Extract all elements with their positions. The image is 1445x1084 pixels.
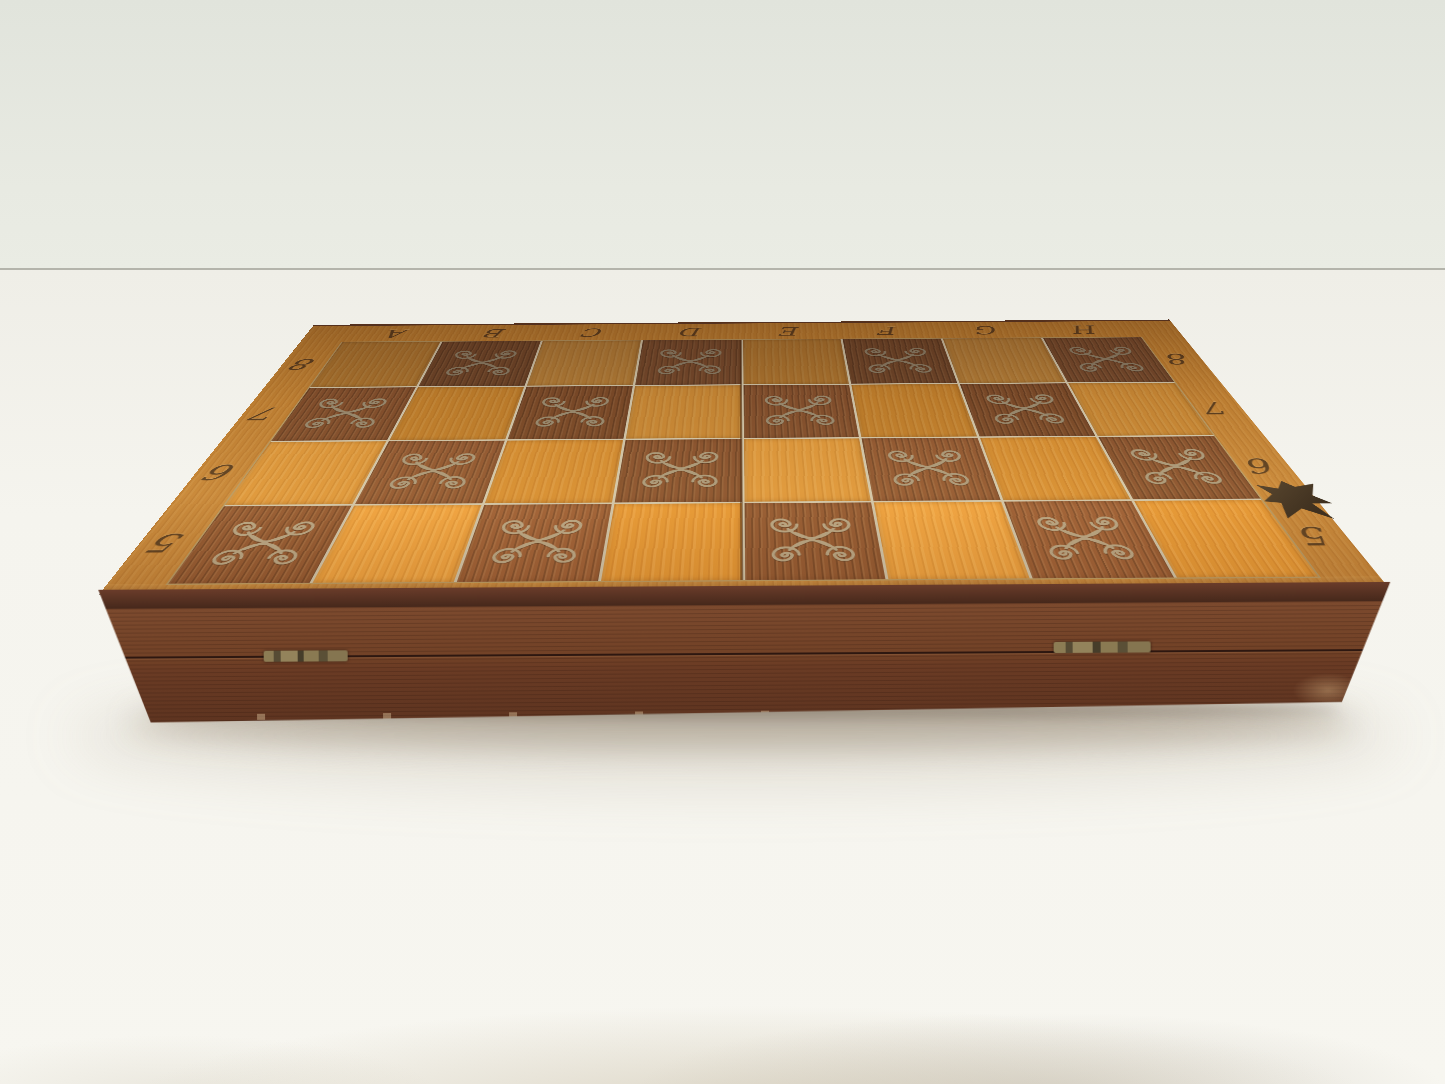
hinge-right xyxy=(1054,641,1151,653)
file-label-a-text: A xyxy=(384,327,412,340)
right-rank-7-text: 7 xyxy=(1198,398,1236,418)
carved-spiral-ornament xyxy=(850,341,948,380)
carved-spiral-ornament xyxy=(366,444,495,499)
square-f7 xyxy=(852,384,978,437)
squares-grid xyxy=(168,337,1318,583)
square-d6 xyxy=(614,439,741,503)
photo-of-chess-box: A B C D E F G H 8 7 6 5 8 7 6 5 xyxy=(0,0,1445,1084)
left-rank-6-text: 6 xyxy=(201,460,244,484)
file-label-e-text: E xyxy=(780,325,801,338)
square-e6 xyxy=(744,438,872,502)
square-d7 xyxy=(626,385,742,438)
carved-spiral-ornament xyxy=(871,442,991,497)
corner-wear-marks xyxy=(1293,673,1363,707)
square-e5 xyxy=(744,503,886,581)
left-edge-notch xyxy=(97,626,105,639)
square-e7 xyxy=(743,385,859,438)
carved-spiral-ornament xyxy=(969,387,1085,433)
file-label-g: G xyxy=(935,322,1041,339)
square-c8 xyxy=(527,340,641,385)
square-f8 xyxy=(843,339,957,384)
carved-spiral-ornament xyxy=(517,389,624,435)
square-d5 xyxy=(601,503,742,581)
carved-spiral-ornament xyxy=(468,509,601,576)
carved-spiral-ornament xyxy=(1052,340,1164,379)
left-rank-7-text: 7 xyxy=(248,403,286,423)
square-e8 xyxy=(743,339,849,384)
hinge-left xyxy=(264,650,348,662)
file-label-h-text: H xyxy=(1070,323,1102,336)
file-label-d-text: D xyxy=(681,325,704,338)
file-label-f: F xyxy=(839,322,942,339)
folding-chess-box: A B C D E F G H 8 7 6 5 8 7 6 5 xyxy=(0,0,1445,1084)
left-rank-8-text: 8 xyxy=(287,356,321,373)
carved-spiral-ornament xyxy=(624,443,733,498)
right-rank-6-text: 6 xyxy=(1241,454,1284,478)
carved-spiral-ornament xyxy=(753,507,875,574)
square-c6 xyxy=(485,440,623,504)
box-front-face xyxy=(98,582,1391,723)
square-d8 xyxy=(635,340,741,385)
file-label-b-text: B xyxy=(483,327,509,340)
file-label-d: D xyxy=(642,323,742,340)
carved-spiral-ornament xyxy=(282,391,406,437)
carved-spiral-ornament xyxy=(1015,506,1161,573)
carved-spiral-ornament xyxy=(751,388,851,434)
file-label-h: H xyxy=(1032,321,1141,338)
board-top-face: A B C D E F G H 8 7 6 5 8 7 6 5 xyxy=(99,320,1387,594)
square-f5 xyxy=(874,502,1030,580)
file-label-f-text: F xyxy=(878,324,900,337)
carved-spiral-ornament xyxy=(643,343,734,382)
file-label-c-text: C xyxy=(582,326,606,339)
carved-spiral-ornament xyxy=(428,344,533,383)
file-label-c: C xyxy=(542,324,645,341)
file-label-e: E xyxy=(742,323,842,340)
right-rank-8-text: 8 xyxy=(1162,350,1196,367)
file-label-g-text: G xyxy=(974,324,1002,337)
square-c7 xyxy=(508,386,633,439)
file-label-b: B xyxy=(442,325,548,342)
right-rank-5-text: 5 xyxy=(1292,521,1342,550)
square-c5 xyxy=(457,504,612,582)
square-f6 xyxy=(862,437,1001,501)
file-label-a: A xyxy=(342,325,451,342)
left-rank-5-text: 5 xyxy=(144,528,194,557)
front-face-wood xyxy=(98,601,1391,723)
